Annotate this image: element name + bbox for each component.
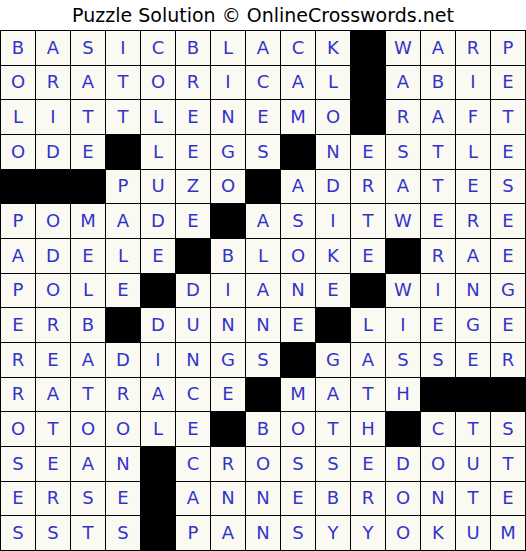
black-square-r11c8 [246, 378, 280, 412]
letter-cell-r10c5: I [141, 343, 175, 377]
letter-cell-r9c13: E [421, 308, 455, 342]
letter-cell-r6c10: I [316, 204, 350, 238]
letter-cell-r6c1: P [1, 204, 35, 238]
letter-cell-r9c12: I [386, 308, 420, 342]
letter-cell-r15c9: S [281, 516, 315, 550]
letter-cell-r2c6: R [176, 66, 210, 100]
letter-cell-r1c5: C [141, 31, 175, 65]
letter-cell-r14c3: S [71, 482, 105, 516]
letter-cell-r13c14: U [456, 447, 490, 481]
letter-cell-r1c13: A [421, 31, 455, 65]
letter-cell-r10c11: A [351, 343, 385, 377]
letter-cell-r4c15: E [491, 135, 525, 169]
letter-cell-r14c15: E [491, 482, 525, 516]
letter-cell-r5c7: O [211, 170, 245, 204]
letter-cell-r6c13: E [421, 204, 455, 238]
letter-cell-r8c7: I [211, 274, 245, 308]
letter-cell-r9c9: E [281, 308, 315, 342]
letter-cell-r14c11: R [351, 482, 385, 516]
letter-cell-r15c8: N [246, 516, 280, 550]
letter-cell-r10c12: S [386, 343, 420, 377]
letter-cell-r14c10: B [316, 482, 350, 516]
letter-cell-r1c7: L [211, 31, 245, 65]
black-square-r9c4 [106, 308, 140, 342]
letter-cell-r11c2: A [36, 378, 70, 412]
letter-cell-r14c13: N [421, 482, 455, 516]
letter-cell-r8c12: W [386, 274, 420, 308]
letter-cell-r1c6: B [176, 31, 210, 65]
letter-cell-r11c6: C [176, 378, 210, 412]
black-square-r4c4 [106, 135, 140, 169]
letter-cell-r14c4: E [106, 482, 140, 516]
letter-cell-r12c14: T [456, 412, 490, 446]
letter-cell-r10c13: S [421, 343, 455, 377]
letter-cell-r8c15: G [491, 274, 525, 308]
letter-cell-r7c14: A [456, 239, 490, 273]
letter-cell-r7c1: A [1, 239, 35, 273]
letter-cell-r12c1: O [1, 412, 35, 446]
letter-cell-r15c7: A [211, 516, 245, 550]
letter-cell-r13c2: E [36, 447, 70, 481]
letter-cell-r11c9: M [281, 378, 315, 412]
letter-cell-r7c9: O [281, 239, 315, 273]
letter-cell-r9c11: L [351, 308, 385, 342]
letter-cell-r10c10: G [316, 343, 350, 377]
black-square-r12c12 [386, 412, 420, 446]
black-square-r5c3 [71, 170, 105, 204]
black-square-r7c12 [386, 239, 420, 273]
letter-cell-r5c13: T [421, 170, 455, 204]
letter-cell-r10c3: A [71, 343, 105, 377]
letter-cell-r3c3: T [71, 100, 105, 134]
black-square-r8c5 [141, 274, 175, 308]
letter-cell-r11c12: H [386, 378, 420, 412]
letter-cell-r5c4: P [106, 170, 140, 204]
black-square-r11c14 [456, 378, 490, 412]
letter-cell-r6c12: W [386, 204, 420, 238]
letter-cell-r13c3: A [71, 447, 105, 481]
letter-cell-r14c1: E [1, 482, 35, 516]
letter-cell-r10c1: R [1, 343, 35, 377]
letter-cell-r4c6: E [176, 135, 210, 169]
letter-cell-r1c10: K [316, 31, 350, 65]
black-square-r4c9 [281, 135, 315, 169]
letter-cell-r2c5: O [141, 66, 175, 100]
letter-cell-r11c5: A [141, 378, 175, 412]
black-square-r11c15 [491, 378, 525, 412]
black-square-r5c1 [1, 170, 35, 204]
letter-cell-r5c9: A [281, 170, 315, 204]
letter-cell-r3c7: N [211, 100, 245, 134]
letter-cell-r8c4: E [106, 274, 140, 308]
black-square-r5c2 [36, 170, 70, 204]
letter-cell-r1c9: C [281, 31, 315, 65]
letter-cell-r1c3: S [71, 31, 105, 65]
letter-cell-r10c14: E [456, 343, 490, 377]
letter-cell-r12c2: T [36, 412, 70, 446]
black-square-r5c8 [246, 170, 280, 204]
letter-cell-r4c7: G [211, 135, 245, 169]
letter-cell-r6c4: A [106, 204, 140, 238]
letter-cell-r5c6: Z [176, 170, 210, 204]
letter-cell-r5c12: A [386, 170, 420, 204]
letter-cell-r9c1: E [1, 308, 35, 342]
letter-cell-r8c6: D [176, 274, 210, 308]
letter-cell-r3c15: T [491, 100, 525, 134]
letter-cell-r13c7: R [211, 447, 245, 481]
letter-cell-r15c4: S [106, 516, 140, 550]
letter-cell-r4c11: E [351, 135, 385, 169]
letter-cell-r3c13: A [421, 100, 455, 134]
letter-cell-r6c6: E [176, 204, 210, 238]
letter-cell-r12c5: L [141, 412, 175, 446]
letter-cell-r6c5: D [141, 204, 175, 238]
letter-cell-r12c15: S [491, 412, 525, 446]
letter-cell-r6c15: E [491, 204, 525, 238]
letter-cell-r15c12: O [386, 516, 420, 550]
page-title: Puzzle Solution © OnlineCrosswords.net [0, 0, 526, 30]
letter-cell-r3c4: T [106, 100, 140, 134]
letter-cell-r10c15: R [491, 343, 525, 377]
black-square-r12c7 [211, 412, 245, 446]
letter-cell-r14c9: E [281, 482, 315, 516]
letter-cell-r12c3: O [71, 412, 105, 446]
letter-cell-r9c5: D [141, 308, 175, 342]
letter-cell-r9c14: G [456, 308, 490, 342]
black-square-r7c6 [176, 239, 210, 273]
letter-cell-r4c8: S [246, 135, 280, 169]
letter-cell-r4c5: L [141, 135, 175, 169]
letter-cell-r4c10: N [316, 135, 350, 169]
letter-cell-r14c12: O [386, 482, 420, 516]
letter-cell-r11c11: T [351, 378, 385, 412]
letter-cell-r7c5: E [141, 239, 175, 273]
letter-cell-r15c11: Y [351, 516, 385, 550]
letter-cell-r4c14: L [456, 135, 490, 169]
black-square-r13c5 [141, 447, 175, 481]
letter-cell-r11c1: R [1, 378, 35, 412]
letter-cell-r1c8: A [246, 31, 280, 65]
letter-cell-r14c8: N [246, 482, 280, 516]
letter-cell-r2c10: L [316, 66, 350, 100]
letter-cell-r9c8: N [246, 308, 280, 342]
letter-cell-r10c7: G [211, 343, 245, 377]
letter-cell-r9c7: N [211, 308, 245, 342]
letter-cell-r13c11: E [351, 447, 385, 481]
letter-cell-r8c14: N [456, 274, 490, 308]
letter-cell-r10c6: N [176, 343, 210, 377]
letter-cell-r7c10: K [316, 239, 350, 273]
letter-cell-r5c10: D [316, 170, 350, 204]
letter-cell-r13c9: S [281, 447, 315, 481]
letter-cell-r1c1: B [1, 31, 35, 65]
letter-cell-r14c6: A [176, 482, 210, 516]
letter-cell-r15c2: S [36, 516, 70, 550]
letter-cell-r5c15: S [491, 170, 525, 204]
letter-cell-r11c4: R [106, 378, 140, 412]
letter-cell-r1c14: R [456, 31, 490, 65]
letter-cell-r11c10: A [316, 378, 350, 412]
letter-cell-r3c14: F [456, 100, 490, 134]
black-square-r2c11 [351, 66, 385, 100]
letter-cell-r2c12: A [386, 66, 420, 100]
letter-cell-r6c9: S [281, 204, 315, 238]
letter-cell-r7c3: E [71, 239, 105, 273]
letter-cell-r13c13: O [421, 447, 455, 481]
letter-cell-r13c12: D [386, 447, 420, 481]
letter-cell-r3c1: L [1, 100, 35, 134]
letter-cell-r3c10: O [316, 100, 350, 134]
letter-cell-r13c8: O [246, 447, 280, 481]
letter-cell-r12c6: E [176, 412, 210, 446]
letter-cell-r6c3: M [71, 204, 105, 238]
letter-cell-r3c8: E [246, 100, 280, 134]
letter-cell-r1c4: I [106, 31, 140, 65]
letter-cell-r11c3: T [71, 378, 105, 412]
letter-cell-r10c4: D [106, 343, 140, 377]
letter-cell-r5c5: U [141, 170, 175, 204]
letter-cell-r3c12: R [386, 100, 420, 134]
black-square-r3c11 [351, 100, 385, 134]
letter-cell-r15c14: U [456, 516, 490, 550]
letter-cell-r8c8: A [246, 274, 280, 308]
letter-cell-r5c14: E [456, 170, 490, 204]
letter-cell-r15c13: K [421, 516, 455, 550]
letter-cell-r2c4: T [106, 66, 140, 100]
letter-cell-r7c13: R [421, 239, 455, 273]
letter-cell-r14c7: N [211, 482, 245, 516]
letter-cell-r7c11: E [351, 239, 385, 273]
letter-cell-r9c6: U [176, 308, 210, 342]
letter-cell-r2c13: B [421, 66, 455, 100]
letter-cell-r13c15: T [491, 447, 525, 481]
black-square-r15c5 [141, 516, 175, 550]
letter-cell-r12c8: B [246, 412, 280, 446]
letter-cell-r15c1: S [1, 516, 35, 550]
letter-cell-r12c9: O [281, 412, 315, 446]
letter-cell-r8c13: I [421, 274, 455, 308]
letter-cell-r14c2: R [36, 482, 70, 516]
letter-cell-r9c2: R [36, 308, 70, 342]
letter-cell-r13c1: S [1, 447, 35, 481]
crossword-grid: BASICBLACKWARPORATORICALABIELITTLENEMORA… [0, 30, 526, 551]
letter-cell-r3c6: E [176, 100, 210, 134]
black-square-r9c10 [316, 308, 350, 342]
letter-cell-r1c15: P [491, 31, 525, 65]
letter-cell-r8c10: E [316, 274, 350, 308]
letter-cell-r2c15: E [491, 66, 525, 100]
black-square-r1c11 [351, 31, 385, 65]
letter-cell-r7c2: D [36, 239, 70, 273]
black-square-r8c11 [351, 274, 385, 308]
letter-cell-r4c2: D [36, 135, 70, 169]
black-square-r10c9 [281, 343, 315, 377]
letter-cell-r2c14: I [456, 66, 490, 100]
letter-cell-r9c3: B [71, 308, 105, 342]
letter-cell-r4c1: O [1, 135, 35, 169]
letter-cell-r6c2: O [36, 204, 70, 238]
letter-cell-r15c15: M [491, 516, 525, 550]
letter-cell-r15c3: T [71, 516, 105, 550]
letter-cell-r12c4: O [106, 412, 140, 446]
letter-cell-r6c8: A [246, 204, 280, 238]
letter-cell-r7c15: E [491, 239, 525, 273]
letter-cell-r6c11: T [351, 204, 385, 238]
letter-cell-r13c4: N [106, 447, 140, 481]
letter-cell-r10c8: S [246, 343, 280, 377]
letter-cell-r12c10: T [316, 412, 350, 446]
letter-cell-r2c1: O [1, 66, 35, 100]
letter-cell-r4c13: T [421, 135, 455, 169]
letter-cell-r1c2: A [36, 31, 70, 65]
letter-cell-r8c3: L [71, 274, 105, 308]
puzzle-solution-page: Puzzle Solution © OnlineCrosswords.net B… [0, 0, 526, 551]
letter-cell-r11c7: E [211, 378, 245, 412]
letter-cell-r7c4: L [106, 239, 140, 273]
letter-cell-r2c2: R [36, 66, 70, 100]
black-square-r14c5 [141, 482, 175, 516]
letter-cell-r12c13: C [421, 412, 455, 446]
letter-cell-r4c12: S [386, 135, 420, 169]
letter-cell-r13c6: C [176, 447, 210, 481]
letter-cell-r9c15: E [491, 308, 525, 342]
letter-cell-r10c2: E [36, 343, 70, 377]
letter-cell-r1c12: W [386, 31, 420, 65]
black-square-r6c7 [211, 204, 245, 238]
letter-cell-r2c7: I [211, 66, 245, 100]
letter-cell-r8c9: N [281, 274, 315, 308]
letter-cell-r13c10: S [316, 447, 350, 481]
black-square-r11c13 [421, 378, 455, 412]
letter-cell-r2c9: A [281, 66, 315, 100]
letter-cell-r4c3: E [71, 135, 105, 169]
letter-cell-r8c1: P [1, 274, 35, 308]
letter-cell-r15c10: Y [316, 516, 350, 550]
letter-cell-r8c2: O [36, 274, 70, 308]
letter-cell-r3c2: I [36, 100, 70, 134]
letter-cell-r7c8: L [246, 239, 280, 273]
letter-cell-r14c14: T [456, 482, 490, 516]
letter-cell-r12c11: H [351, 412, 385, 446]
letter-cell-r15c6: P [176, 516, 210, 550]
letter-cell-r2c8: C [246, 66, 280, 100]
letter-cell-r6c14: R [456, 204, 490, 238]
letter-cell-r7c7: B [211, 239, 245, 273]
letter-cell-r2c3: A [71, 66, 105, 100]
letter-cell-r5c11: R [351, 170, 385, 204]
letter-cell-r3c9: M [281, 100, 315, 134]
letter-cell-r3c5: L [141, 100, 175, 134]
